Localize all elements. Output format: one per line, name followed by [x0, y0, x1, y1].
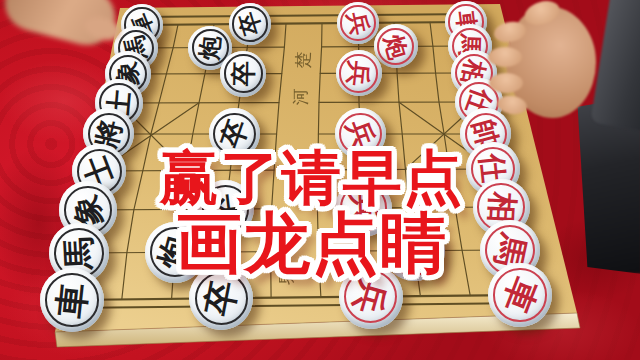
piece-ring: 兵: [339, 54, 377, 92]
piece-character: 兵: [345, 60, 372, 87]
piece-ring: 車: [45, 273, 98, 326]
river-text: 河: [290, 89, 310, 106]
piece-ring: 卒: [232, 6, 267, 41]
piece-character: 兵: [344, 9, 371, 36]
screenshot-stage: 楚河漢界 車馬象士將士象馬車炮炮卒卒卒卒卒兵兵兵兵兵炮炮車馬相仕帥仕相馬車 赢了…: [0, 0, 640, 360]
piece-character: 卒: [201, 278, 242, 319]
piece-ring: 炮: [377, 28, 414, 65]
piece-red-cannon[interactable]: 炮: [374, 24, 418, 68]
piece-red-soldier[interactable]: 兵: [337, 2, 379, 44]
piece-character: 車: [498, 273, 543, 318]
river-text: 楚: [293, 52, 313, 69]
piece-black-chariot[interactable]: 車: [40, 268, 104, 332]
piece-character: 車: [53, 281, 91, 319]
piece-black-soldier[interactable]: 卒: [229, 3, 271, 45]
caption-line-1: 赢了请早点: [0, 148, 624, 210]
caption-line-2: 画龙点睛: [0, 210, 624, 276]
piece-character: 炮: [197, 35, 223, 61]
piece-character: 兵: [349, 275, 392, 318]
caption-overlay: 赢了请早点 画龙点睛: [0, 148, 624, 276]
finger: [489, 73, 523, 93]
piece-red-soldier[interactable]: 兵: [336, 50, 382, 96]
finger: [488, 47, 522, 67]
piece-ring: 卒: [224, 54, 262, 92]
piece-ring: 兵: [340, 5, 375, 40]
piece-ring: 車: [493, 268, 546, 321]
piece-character: 卒: [236, 10, 265, 39]
piece-character: 炮: [381, 32, 410, 61]
piece-black-soldier[interactable]: 卒: [220, 51, 266, 97]
piece-character: 卒: [231, 61, 256, 86]
